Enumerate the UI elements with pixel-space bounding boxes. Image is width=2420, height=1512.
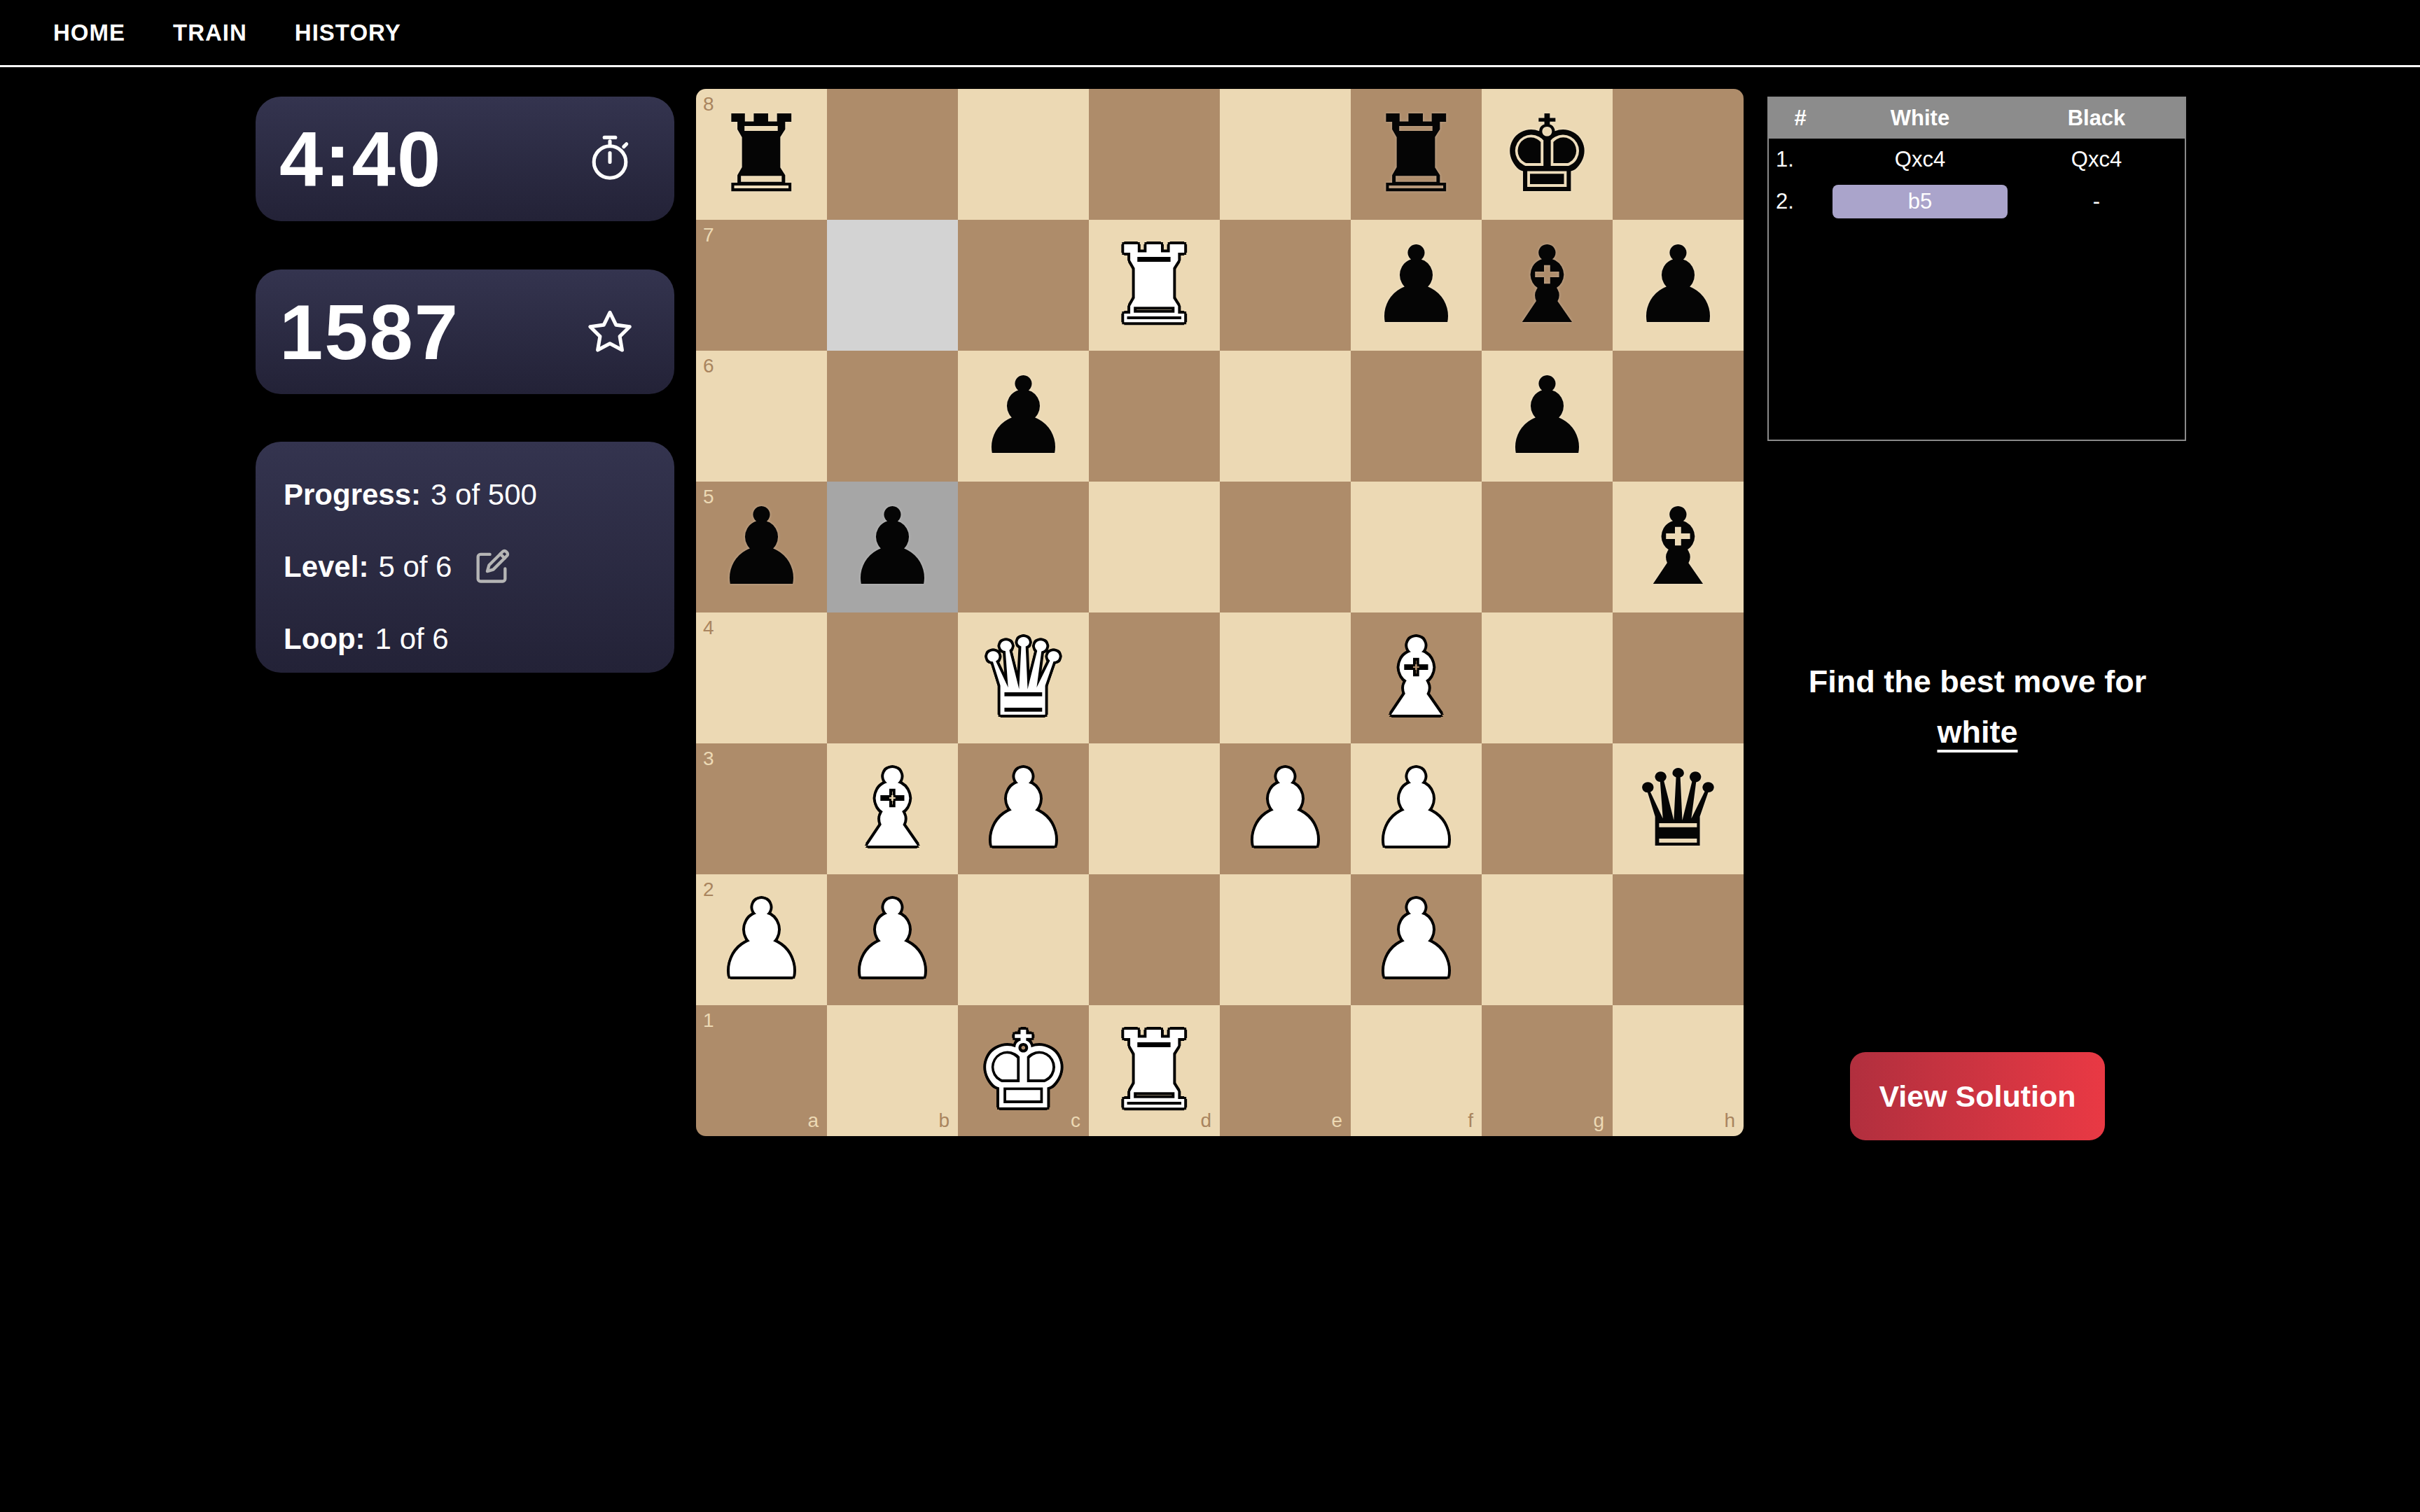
chess-board[interactable]: 8♜♜♚7♜♟♝♟6♟♟5♟♟♝4♛♝3♝♟♟♟♛2♟♟♟1abc♚d♜efgh [696,89,1744,1136]
move-table-body: 1.Qxc4Qxc42.b5- [1769,139,2185,223]
file-label-a: a [807,1111,819,1130]
square-d8[interactable] [1089,89,1220,220]
file-label-b: b [938,1111,950,1130]
white-bishop-b3[interactable]: ♝ [844,756,940,862]
square-f7[interactable]: ♟ [1351,220,1482,351]
puzzle-prompt: Find the best move for white [1767,657,2188,757]
white-pawn-f2[interactable]: ♟ [1368,887,1463,993]
file-label-g: g [1593,1111,1604,1130]
white-queen-c4[interactable]: ♛ [975,625,1071,731]
square-a1[interactable]: 1a [696,1005,827,1136]
nav-item-history[interactable]: HISTORY [295,20,401,46]
square-d6[interactable] [1089,351,1220,482]
square-c8[interactable] [958,89,1089,220]
level-label: Level: [284,550,368,584]
square-d2[interactable] [1089,874,1220,1005]
black-bishop-h5[interactable]: ♝ [1630,494,1725,601]
square-d4[interactable] [1089,612,1220,743]
square-a4[interactable]: 4 [696,612,827,743]
square-b6[interactable] [827,351,958,482]
square-c3[interactable]: ♟ [958,743,1089,874]
black-move-1[interactable]: Qxc4 [2047,143,2146,176]
square-h2[interactable] [1613,874,1744,1005]
square-a7[interactable]: 7 [696,220,827,351]
square-f1[interactable]: f [1351,1005,1482,1136]
white-king-c1[interactable]: ♚ [975,1018,1071,1124]
square-h6[interactable] [1613,351,1744,482]
move-number: 1. [1769,139,1832,181]
progress-line: Progress: 3 of 500 [284,478,646,512]
loop-line: Loop: 1 of 6 [284,622,646,656]
square-g5[interactable] [1482,482,1613,612]
square-f4[interactable]: ♝ [1351,612,1482,743]
black-move-2[interactable]: - [2047,185,2146,218]
black-pawn-h7[interactable]: ♟ [1630,232,1725,339]
black-pawn-g6[interactable]: ♟ [1499,363,1594,470]
square-c7[interactable] [958,220,1089,351]
white-pawn-e3[interactable]: ♟ [1237,756,1333,862]
square-d1[interactable]: d♜ [1089,1005,1220,1136]
square-b2[interactable]: ♟ [827,874,958,1005]
square-h1[interactable]: h [1613,1005,1744,1136]
file-label-d: d [1200,1111,1211,1130]
square-b5[interactable]: ♟ [827,482,958,612]
col-header-black: Black [2008,98,2185,139]
square-c2[interactable] [958,874,1089,1005]
square-a8[interactable]: 8♜ [696,89,827,220]
stopwatch-icon [585,134,635,184]
square-f2[interactable]: ♟ [1351,874,1482,1005]
move-number: 2. [1769,181,1832,223]
nav-item-home[interactable]: HOME [53,20,125,46]
square-e3[interactable]: ♟ [1220,743,1351,874]
black-bishop-g7[interactable]: ♝ [1499,232,1594,339]
square-e8[interactable] [1220,89,1351,220]
move-table-header: # White Black [1769,98,2185,139]
square-h5[interactable]: ♝ [1613,482,1744,612]
square-g2[interactable] [1482,874,1613,1005]
square-a2[interactable]: 2♟ [696,874,827,1005]
square-b8[interactable] [827,89,958,220]
black-pawn-a5[interactable]: ♟ [714,494,809,601]
loop-label: Loop: [284,622,366,656]
edit-icon[interactable] [471,547,512,587]
square-f8[interactable]: ♜ [1351,89,1482,220]
square-h3[interactable]: ♛ [1613,743,1744,874]
square-g8[interactable]: ♚ [1482,89,1613,220]
level-value: 5 of 6 [378,550,452,584]
square-h7[interactable]: ♟ [1613,220,1744,351]
prompt-side: white [1937,714,2017,750]
square-b3[interactable]: ♝ [827,743,958,874]
square-c4[interactable]: ♛ [958,612,1089,743]
square-e1[interactable]: e [1220,1005,1351,1136]
square-b7[interactable] [827,220,958,351]
file-label-e: e [1331,1111,1342,1130]
square-e7[interactable] [1220,220,1351,351]
rank-label-5: 5 [703,487,714,507]
square-g4[interactable] [1482,612,1613,743]
square-g3[interactable] [1482,743,1613,874]
square-d3[interactable] [1089,743,1220,874]
white-move-2[interactable]: b5 [1833,185,2008,218]
view-solution-button[interactable]: View Solution [1850,1052,2105,1140]
rank-label-1: 1 [703,1011,714,1030]
progress-card: Progress: 3 of 500 Level: 5 of 6 Loop: 1… [256,442,674,673]
square-a3[interactable]: 3 [696,743,827,874]
square-f6[interactable] [1351,351,1482,482]
square-f3[interactable]: ♟ [1351,743,1482,874]
black-queen-h3[interactable]: ♛ [1630,756,1725,862]
black-pawn-b5[interactable]: ♟ [844,494,940,601]
black-rook-f8[interactable]: ♜ [1368,101,1463,208]
square-a6[interactable]: 6 [696,351,827,482]
square-e6[interactable] [1220,351,1351,482]
square-c6[interactable]: ♟ [958,351,1089,482]
loop-value: 1 of 6 [375,622,449,656]
square-g7[interactable]: ♝ [1482,220,1613,351]
black-pawn-f7[interactable]: ♟ [1368,232,1463,339]
white-rook-d1[interactable]: ♜ [1106,1018,1202,1124]
white-pawn-c3[interactable]: ♟ [975,756,1071,862]
file-label-f: f [1468,1111,1473,1130]
timer-value: 4:40 [279,114,442,204]
square-e4[interactable] [1220,612,1351,743]
square-g6[interactable]: ♟ [1482,351,1613,482]
white-rook-d7[interactable]: ♜ [1106,232,1202,339]
square-h8[interactable] [1613,89,1744,220]
move-row-1: 1.Qxc4Qxc4 [1769,139,2185,181]
square-b1[interactable]: b [827,1005,958,1136]
rank-label-6: 6 [703,356,714,376]
white-pawn-f3[interactable]: ♟ [1368,756,1463,862]
black-pawn-c6[interactable]: ♟ [975,363,1071,470]
rank-label-2: 2 [703,880,714,899]
file-label-h: h [1724,1111,1735,1130]
square-f5[interactable] [1351,482,1482,612]
move-row-2: 2.b5- [1769,181,2185,223]
black-king-g8[interactable]: ♚ [1499,101,1594,208]
timer-card: 4:40 [256,97,674,221]
square-g1[interactable]: g [1482,1005,1613,1136]
rating-value: 1587 [279,287,459,377]
rank-label-8: 8 [703,94,714,114]
progress-label: Progress: [284,478,421,512]
white-pawn-b2[interactable]: ♟ [844,887,940,993]
rank-label-7: 7 [703,225,714,245]
progress-value: 3 of 500 [431,478,537,512]
star-icon [585,307,635,357]
square-b4[interactable] [827,612,958,743]
col-header-number: # [1769,98,1832,139]
move-list-panel: # White Black 1.Qxc4Qxc42.b5- [1767,97,2186,441]
file-label-c: c [1071,1111,1080,1130]
square-a5[interactable]: 5♟ [696,482,827,612]
nav-item-train[interactable]: TRAIN [173,20,247,46]
square-d7[interactable]: ♜ [1089,220,1220,351]
rank-label-4: 4 [703,618,714,638]
rank-label-3: 3 [703,749,714,769]
col-header-white: White [1832,98,2008,139]
level-line: Level: 5 of 6 [284,547,646,587]
white-move-1[interactable]: Qxc4 [1871,143,1969,176]
white-bishop-f4[interactable]: ♝ [1368,625,1463,731]
square-c5[interactable] [958,482,1089,612]
square-h4[interactable] [1613,612,1744,743]
square-e2[interactable] [1220,874,1351,1005]
move-table: # White Black 1.Qxc4Qxc42.b5- [1769,98,2185,223]
square-e5[interactable] [1220,482,1351,612]
prompt-text: Find the best move for [1809,664,2147,699]
square-c1[interactable]: c♚ [958,1005,1089,1136]
top-nav: HOME TRAIN HISTORY [0,0,2420,67]
white-pawn-a2[interactable]: ♟ [714,887,809,993]
rating-card: 1587 [256,269,674,394]
square-d5[interactable] [1089,482,1220,612]
black-rook-a8[interactable]: ♜ [714,101,809,208]
